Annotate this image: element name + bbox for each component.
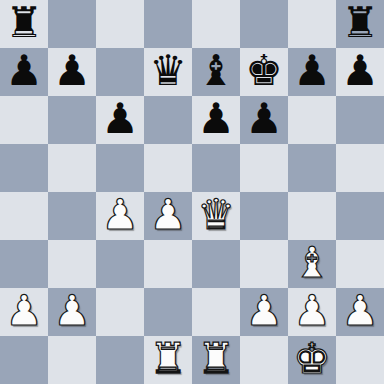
piece-black-king[interactable]: ♚: [245, 47, 283, 95]
piece-white-pawn[interactable]: ♟: [101, 191, 139, 239]
square-d4[interactable]: ♟: [144, 192, 192, 240]
square-g5[interactable]: [288, 144, 336, 192]
square-b5[interactable]: [48, 144, 96, 192]
square-c5[interactable]: [96, 144, 144, 192]
square-b2[interactable]: ♟: [48, 288, 96, 336]
square-a3[interactable]: [0, 240, 48, 288]
square-a7[interactable]: ♟: [0, 48, 48, 96]
piece-black-bishop[interactable]: ♝: [197, 47, 235, 95]
square-b4[interactable]: [48, 192, 96, 240]
square-c8[interactable]: [96, 0, 144, 48]
piece-white-pawn[interactable]: ♟: [53, 287, 91, 335]
square-f1[interactable]: [240, 336, 288, 384]
square-e2[interactable]: [192, 288, 240, 336]
square-g4[interactable]: [288, 192, 336, 240]
square-f7[interactable]: ♚: [240, 48, 288, 96]
piece-white-pawn[interactable]: ♟: [245, 287, 283, 335]
chess-board: ♜♜♟♟♛♝♚♟♟♟♟♟♟♟♛♝♟♟♟♟♟♜♜♚: [0, 0, 384, 384]
square-d2[interactable]: [144, 288, 192, 336]
square-a8[interactable]: ♜: [0, 0, 48, 48]
square-b1[interactable]: [48, 336, 96, 384]
square-c3[interactable]: [96, 240, 144, 288]
square-h8[interactable]: ♜: [336, 0, 384, 48]
square-g7[interactable]: ♟: [288, 48, 336, 96]
square-e5[interactable]: [192, 144, 240, 192]
square-f6[interactable]: ♟: [240, 96, 288, 144]
square-e4[interactable]: ♛: [192, 192, 240, 240]
piece-black-pawn[interactable]: ♟: [197, 95, 235, 143]
square-h4[interactable]: [336, 192, 384, 240]
square-c1[interactable]: [96, 336, 144, 384]
square-d3[interactable]: [144, 240, 192, 288]
square-g2[interactable]: ♟: [288, 288, 336, 336]
square-d6[interactable]: [144, 96, 192, 144]
square-a4[interactable]: [0, 192, 48, 240]
square-d7[interactable]: ♛: [144, 48, 192, 96]
square-c4[interactable]: ♟: [96, 192, 144, 240]
square-b3[interactable]: [48, 240, 96, 288]
square-h3[interactable]: [336, 240, 384, 288]
square-a2[interactable]: ♟: [0, 288, 48, 336]
square-e3[interactable]: [192, 240, 240, 288]
piece-black-rook[interactable]: ♜: [5, 0, 43, 47]
square-b6[interactable]: [48, 96, 96, 144]
square-d1[interactable]: ♜: [144, 336, 192, 384]
square-h1[interactable]: [336, 336, 384, 384]
piece-white-rook[interactable]: ♜: [149, 335, 187, 383]
piece-white-pawn[interactable]: ♟: [341, 287, 379, 335]
piece-black-pawn[interactable]: ♟: [101, 95, 139, 143]
square-b8[interactable]: [48, 0, 96, 48]
square-e1[interactable]: ♜: [192, 336, 240, 384]
piece-white-king[interactable]: ♚: [293, 335, 331, 383]
square-a5[interactable]: [0, 144, 48, 192]
square-h2[interactable]: ♟: [336, 288, 384, 336]
piece-white-bishop[interactable]: ♝: [293, 239, 331, 287]
piece-black-pawn[interactable]: ♟: [341, 47, 379, 95]
square-d8[interactable]: [144, 0, 192, 48]
piece-white-pawn[interactable]: ♟: [149, 191, 187, 239]
square-e6[interactable]: ♟: [192, 96, 240, 144]
piece-black-pawn[interactable]: ♟: [5, 47, 43, 95]
square-f5[interactable]: [240, 144, 288, 192]
piece-white-queen[interactable]: ♛: [197, 191, 235, 239]
square-c2[interactable]: [96, 288, 144, 336]
square-b7[interactable]: ♟: [48, 48, 96, 96]
square-h5[interactable]: [336, 144, 384, 192]
square-g3[interactable]: ♝: [288, 240, 336, 288]
piece-black-queen[interactable]: ♛: [149, 47, 187, 95]
piece-white-pawn[interactable]: ♟: [5, 287, 43, 335]
square-g1[interactable]: ♚: [288, 336, 336, 384]
square-f2[interactable]: ♟: [240, 288, 288, 336]
piece-white-pawn[interactable]: ♟: [293, 287, 331, 335]
square-f3[interactable]: [240, 240, 288, 288]
piece-black-rook[interactable]: ♜: [341, 0, 379, 47]
square-a1[interactable]: [0, 336, 48, 384]
square-e7[interactable]: ♝: [192, 48, 240, 96]
piece-white-rook[interactable]: ♜: [197, 335, 235, 383]
square-c7[interactable]: [96, 48, 144, 96]
square-h6[interactable]: [336, 96, 384, 144]
piece-black-pawn[interactable]: ♟: [293, 47, 331, 95]
square-g6[interactable]: [288, 96, 336, 144]
square-h7[interactable]: ♟: [336, 48, 384, 96]
piece-black-pawn[interactable]: ♟: [245, 95, 283, 143]
square-e8[interactable]: [192, 0, 240, 48]
square-c6[interactable]: ♟: [96, 96, 144, 144]
square-f8[interactable]: [240, 0, 288, 48]
square-g8[interactable]: [288, 0, 336, 48]
square-f4[interactable]: [240, 192, 288, 240]
square-a6[interactable]: [0, 96, 48, 144]
piece-black-pawn[interactable]: ♟: [53, 47, 91, 95]
square-d5[interactable]: [144, 144, 192, 192]
